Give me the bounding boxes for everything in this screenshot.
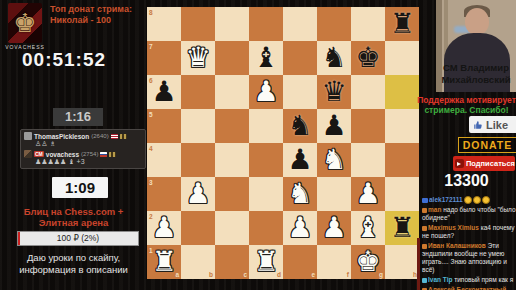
square-h3[interactable] [385,177,419,211]
file-label-c: c [243,271,247,278]
square-f2[interactable]: ♟ [317,211,351,245]
square-h7[interactable] [385,41,419,75]
rank-label-3: 3 [149,179,153,186]
square-d3[interactable] [249,177,283,211]
support-banner: Поддержка мотивирует стримера. Спасибо! [417,95,516,115]
member-badge-icon [422,198,428,203]
chat-avatar [422,244,427,249]
square-e1[interactable]: e [283,245,317,279]
laughing-emoji-icon [473,196,481,204]
square-f7[interactable]: ♞ [317,41,351,75]
square-c3[interactable] [215,177,249,211]
laughing-emoji-icon [464,196,472,204]
white-bishop[interactable]: ♝ [351,211,385,245]
square-b5[interactable] [181,109,215,143]
square-e2[interactable]: ♟ [283,211,317,245]
square-e4[interactable]: ♟ [283,143,317,177]
chess-board[interactable]: 8♜7♛♝♞♚6♟♟♛5♞♟4♟♞3♟♞♟2♟♟♟♝♜1a♜bcd♜efg♚h [147,7,419,279]
top-donation-line2: Николай - 100 [50,15,146,26]
black-pawn[interactable]: ♟ [147,75,181,109]
chat-message: Алексей Бесконтактный Вова, тащи!!! [422,286,516,290]
file-label-b: b [209,271,213,278]
square-g7[interactable]: ♚ [351,41,385,75]
square-c7[interactable] [215,41,249,75]
square-d2[interactable] [249,211,283,245]
player-rating: (2640) [91,133,108,139]
square-c8[interactable] [215,7,249,41]
file-label-e: e [311,271,315,278]
white-knight[interactable]: ♞ [317,143,351,177]
white-pawn[interactable]: ♟ [181,177,215,211]
chat-username: man [428,206,443,213]
square-d1[interactable]: d♜ [249,245,283,279]
player-row-white: CMvovachess(2754)♟♟♟♟♟ ♝ +3 [21,149,145,167]
square-e6[interactable] [283,75,317,109]
black-queen[interactable]: ♛ [317,75,351,109]
white-pawn[interactable]: ♟ [283,211,317,245]
black-rook[interactable]: ♜ [385,211,419,245]
square-g2[interactable]: ♝ [351,211,385,245]
chat-username: Maximus Ximius [428,224,481,231]
square-g6[interactable] [351,75,385,109]
chat-avatar [422,226,427,231]
avatar [24,132,32,140]
chat-avatar [422,208,427,213]
flag-icon [120,134,127,139]
square-f1[interactable]: f [317,245,351,279]
top-donation-line1: Топ донат стрима: [50,4,146,15]
chat-username: Иван Калашников [428,242,488,249]
black-pawn[interactable]: ♟ [283,143,317,177]
black-knight[interactable]: ♞ [283,109,317,143]
chat-username: Алексей Бесконтактный [428,286,506,290]
chat-username: Ivan Tip [428,276,454,283]
chat-message: Ivan Tip типовый прям как я [422,276,516,284]
square-b3[interactable]: ♟ [181,177,215,211]
streamer-face [465,8,489,35]
black-pawn[interactable]: ♟ [317,109,351,143]
subscribe-label: Подписаться [466,159,515,168]
white-rook[interactable]: ♜ [147,245,181,279]
square-d5[interactable] [249,109,283,143]
player-name: ThomasPickleson [34,133,89,140]
square-d4[interactable] [249,143,283,177]
youtube-play-icon [455,159,464,168]
black-king[interactable]: ♚ [351,41,385,75]
stream-timer: 00:51:52 [22,49,126,71]
square-g8[interactable] [351,7,385,41]
subscribe-button[interactable]: Подписаться [453,156,515,171]
channel-logo: ♚ [8,3,42,43]
white-pawn[interactable]: ♟ [249,75,283,109]
event-line1: Блиц на Chess.com + [2,206,145,217]
streamer-name-line2: Михайловский [436,74,516,86]
square-b2[interactable] [181,211,215,245]
square-d7[interactable]: ♝ [249,41,283,75]
square-f4[interactable]: ♞ [317,143,351,177]
square-a3[interactable]: 3 [147,177,181,211]
streamer-name: СМ Владимир Михайловский [436,62,516,86]
square-b4[interactable] [181,143,215,177]
chat-message: Иван Калашников Эти эндшпили вообще не у… [422,242,516,274]
square-e8[interactable] [283,7,317,41]
flag-icon [109,152,116,157]
square-h2[interactable]: ♜ [385,211,419,245]
lessons-note-line2: информация в описании [2,264,145,276]
players-panel: ThomasPickleson(2640)♙♙ ♗CMvovachess(275… [20,129,146,169]
chat-text: типовый прям как я [454,276,513,283]
square-a6[interactable]: 6♟ [147,75,181,109]
square-c2[interactable] [215,211,249,245]
chat-message: man надо было чтобы "было обиднее" [422,206,516,222]
chat-panel[interactable]: alek172111man надо было чтобы "было обид… [417,196,516,290]
square-f3[interactable] [317,177,351,211]
captured-pieces: ♟♟♟♟♟ ♝ +3 [24,158,142,166]
square-e3[interactable]: ♞ [283,177,317,211]
square-c6[interactable] [215,75,249,109]
square-a1[interactable]: 1a♜ [147,245,181,279]
donate-button[interactable]: DONATE [458,137,516,153]
title-badge: CM [34,151,44,157]
white-queen[interactable]: ♛ [181,41,215,75]
flag-icon [100,152,107,157]
file-label-f: f [347,271,349,278]
square-c4[interactable] [215,143,249,177]
square-b7[interactable]: ♛ [181,41,215,75]
player-name: vovachess [46,151,79,158]
facebook-like-button[interactable]: Like [469,116,516,133]
logo-king-icon: ♚ [13,8,36,39]
white-pawn[interactable]: ♟ [351,177,385,211]
thumbs-up-icon [473,120,483,130]
rank-label-8: 8 [149,9,153,16]
square-h6[interactable] [385,75,419,109]
square-c1[interactable]: c [215,245,249,279]
square-b8[interactable] [181,7,215,41]
avatar [24,150,32,158]
player-row-black: ThomasPickleson(2640)♙♙ ♗ [21,131,145,149]
subscriber-count: 13300 [417,172,516,190]
support-line1: Поддержка мотивирует [417,95,516,105]
square-a7[interactable]: 7 [147,41,181,75]
flag-icon [111,134,118,139]
square-h5[interactable] [385,109,419,143]
square-a2[interactable]: 2♟ [147,211,181,245]
captured-pieces: ♙♙ ♗ [24,140,142,148]
black-bishop[interactable]: ♝ [249,41,283,75]
black-rook[interactable]: ♜ [385,7,419,41]
donation-progress-label: 100 ₽ (2%) [18,232,138,245]
square-f5[interactable]: ♟ [317,109,351,143]
square-a5[interactable]: 5 [147,109,181,143]
player-rating: (2754) [81,151,98,157]
chat-username: alek172111 [429,196,463,203]
black-clock: 1:16 [53,108,103,126]
top-donation-banner: Топ донат стрима: Николай - 100 [50,4,146,26]
square-d8[interactable] [249,7,283,41]
square-h8[interactable]: ♜ [385,7,419,41]
chat-message: Maximus Ximius ка4 почему не пошел? [422,224,516,240]
white-knight[interactable]: ♞ [283,177,317,211]
white-pawn[interactable]: ♟ [147,211,181,245]
white-clock: 1:09 [52,177,108,198]
white-rook[interactable]: ♜ [249,245,283,279]
square-c5[interactable] [215,109,249,143]
square-f6[interactable]: ♛ [317,75,351,109]
event-line2: Элитная арена [2,217,145,228]
square-g3[interactable]: ♟ [351,177,385,211]
square-g4[interactable] [351,143,385,177]
webcam: СМ Владимир Михайловский [436,0,516,92]
square-b6[interactable] [181,75,215,109]
square-b1[interactable]: b [181,245,215,279]
square-e5[interactable]: ♞ [283,109,317,143]
square-g5[interactable] [351,109,385,143]
square-f8[interactable] [317,7,351,41]
square-h4[interactable] [385,143,419,177]
rank-label-5: 5 [149,111,153,118]
square-a8[interactable]: 8 [147,7,181,41]
black-knight[interactable]: ♞ [317,41,351,75]
lessons-note: Даю уроки по скайпу, информация в описан… [2,252,145,276]
white-pawn[interactable]: ♟ [317,211,351,245]
event-banner: Блиц на Chess.com + Элитная арена [2,206,145,228]
square-a4[interactable]: 4 [147,143,181,177]
like-label: Like [486,119,508,131]
streamer-name-line1: СМ Владимир [436,62,516,74]
rank-label-4: 4 [149,145,153,152]
lessons-note-line1: Даю уроки по скайпу, [2,252,145,264]
square-g1[interactable]: g♚ [351,245,385,279]
square-d6[interactable]: ♟ [249,75,283,109]
laughing-emoji-icon [482,196,490,204]
support-line2: стримера. Спасибо! [417,105,516,115]
white-king[interactable]: ♚ [351,245,385,279]
square-h1[interactable]: h [385,245,419,279]
rank-label-7: 7 [149,43,153,50]
chat-message: alek172111 [422,196,516,204]
chat-avatar [422,278,427,283]
donation-progress-bar: 100 ₽ (2%) [17,231,139,246]
square-e7[interactable] [283,41,317,75]
